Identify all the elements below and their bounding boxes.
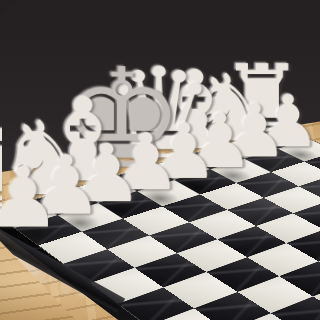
white-pawn-h2: ♟ <box>0 158 61 237</box>
product-photo-scene: ♜♜♟♟♞♞♟♟♝♝♟♟♛♛♟♟♚♚♟♟♝♝♟♟♞♞♟♟♜♜♟♟ <box>0 0 320 320</box>
square-f4 <box>149 222 217 253</box>
